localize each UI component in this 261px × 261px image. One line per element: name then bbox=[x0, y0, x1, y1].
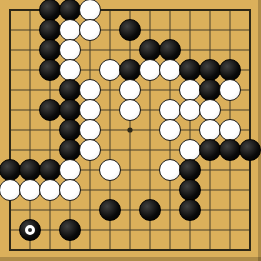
intersection[interactable] bbox=[0, 0, 20, 20]
intersection[interactable] bbox=[160, 240, 180, 260]
intersection[interactable] bbox=[40, 200, 60, 220]
intersection[interactable] bbox=[220, 160, 240, 180]
white-stone bbox=[0, 179, 21, 201]
intersection[interactable] bbox=[100, 80, 120, 100]
intersection[interactable] bbox=[80, 80, 100, 100]
black-stone bbox=[199, 139, 221, 161]
intersection[interactable] bbox=[180, 0, 200, 20]
white-stone bbox=[159, 99, 181, 121]
intersection[interactable] bbox=[180, 200, 200, 220]
intersection[interactable] bbox=[120, 80, 140, 100]
intersection[interactable] bbox=[0, 100, 20, 120]
intersection[interactable] bbox=[240, 0, 260, 20]
intersection[interactable] bbox=[0, 180, 20, 200]
intersection[interactable] bbox=[60, 200, 80, 220]
intersection[interactable] bbox=[200, 0, 220, 20]
white-stone bbox=[159, 159, 181, 181]
intersection[interactable] bbox=[60, 20, 80, 40]
intersection[interactable] bbox=[140, 200, 160, 220]
intersection[interactable] bbox=[40, 180, 60, 200]
intersection[interactable] bbox=[120, 120, 140, 140]
intersection[interactable] bbox=[140, 0, 160, 20]
white-stone bbox=[179, 139, 201, 161]
black-stone bbox=[179, 159, 201, 181]
intersection[interactable] bbox=[140, 40, 160, 60]
white-stone bbox=[99, 59, 121, 81]
intersection[interactable] bbox=[0, 160, 20, 180]
intersection[interactable] bbox=[40, 20, 60, 40]
intersection[interactable] bbox=[100, 20, 120, 40]
last-move-marker bbox=[25, 225, 35, 235]
black-stone bbox=[39, 59, 61, 81]
intersection[interactable] bbox=[200, 200, 220, 220]
white-stone bbox=[199, 99, 221, 121]
intersection[interactable] bbox=[60, 100, 80, 120]
intersection[interactable] bbox=[240, 220, 260, 240]
intersection[interactable] bbox=[180, 100, 200, 120]
intersection[interactable] bbox=[0, 240, 20, 260]
intersection[interactable] bbox=[40, 140, 60, 160]
intersection[interactable] bbox=[140, 180, 160, 200]
intersection[interactable] bbox=[140, 140, 160, 160]
intersection[interactable] bbox=[120, 20, 140, 40]
black-stone bbox=[159, 39, 181, 61]
intersection[interactable] bbox=[160, 20, 180, 40]
intersection[interactable] bbox=[200, 180, 220, 200]
intersection[interactable] bbox=[180, 220, 200, 240]
intersection[interactable] bbox=[80, 160, 100, 180]
black-stone bbox=[59, 139, 81, 161]
intersection[interactable] bbox=[80, 60, 100, 80]
intersection[interactable] bbox=[140, 100, 160, 120]
white-stone bbox=[179, 99, 201, 121]
intersection[interactable] bbox=[220, 120, 240, 140]
intersection[interactable] bbox=[100, 160, 120, 180]
white-stone bbox=[139, 59, 161, 81]
intersection[interactable] bbox=[160, 200, 180, 220]
intersection[interactable] bbox=[20, 40, 40, 60]
intersection[interactable] bbox=[120, 40, 140, 60]
white-stone bbox=[119, 99, 141, 121]
intersection[interactable] bbox=[80, 0, 100, 20]
intersection[interactable] bbox=[220, 200, 240, 220]
intersection[interactable] bbox=[220, 100, 240, 120]
intersection[interactable] bbox=[40, 80, 60, 100]
intersection[interactable] bbox=[180, 20, 200, 40]
intersection[interactable] bbox=[180, 160, 200, 180]
black-stone bbox=[139, 199, 161, 221]
intersection[interactable] bbox=[20, 220, 40, 240]
intersection[interactable] bbox=[240, 40, 260, 60]
intersection[interactable] bbox=[80, 200, 100, 220]
intersection[interactable] bbox=[20, 180, 40, 200]
white-stone bbox=[59, 19, 81, 41]
intersection[interactable] bbox=[200, 40, 220, 60]
black-stone bbox=[59, 0, 81, 21]
intersection[interactable] bbox=[0, 140, 20, 160]
white-stone bbox=[219, 79, 241, 101]
intersection[interactable] bbox=[240, 100, 260, 120]
white-stone bbox=[19, 179, 41, 201]
intersection[interactable] bbox=[160, 120, 180, 140]
intersection[interactable] bbox=[40, 240, 60, 260]
intersection[interactable] bbox=[220, 140, 240, 160]
intersection[interactable] bbox=[240, 120, 260, 140]
black-stone bbox=[179, 59, 201, 81]
white-stone bbox=[79, 0, 101, 21]
intersection[interactable] bbox=[120, 220, 140, 240]
intersection[interactable] bbox=[140, 80, 160, 100]
intersection[interactable] bbox=[0, 40, 20, 60]
black-stone bbox=[39, 99, 61, 121]
black-stone bbox=[0, 159, 21, 181]
intersection[interactable] bbox=[100, 120, 120, 140]
intersection[interactable] bbox=[140, 160, 160, 180]
white-stone bbox=[79, 119, 101, 141]
black-stone bbox=[199, 59, 221, 81]
intersection[interactable] bbox=[180, 80, 200, 100]
intersection[interactable] bbox=[20, 140, 40, 160]
intersection[interactable] bbox=[40, 160, 60, 180]
intersection[interactable] bbox=[140, 20, 160, 40]
intersection[interactable] bbox=[180, 40, 200, 60]
intersection[interactable] bbox=[160, 60, 180, 80]
intersection[interactable] bbox=[20, 0, 40, 20]
intersection[interactable] bbox=[120, 240, 140, 260]
intersection[interactable] bbox=[80, 40, 100, 60]
intersection[interactable] bbox=[140, 220, 160, 240]
intersection[interactable] bbox=[0, 80, 20, 100]
intersection[interactable] bbox=[20, 240, 40, 260]
intersection[interactable] bbox=[220, 180, 240, 200]
intersection[interactable] bbox=[220, 60, 240, 80]
black-stone bbox=[59, 99, 81, 121]
intersection[interactable] bbox=[120, 60, 140, 80]
black-stone bbox=[99, 199, 121, 221]
intersection[interactable] bbox=[20, 60, 40, 80]
white-stone bbox=[79, 99, 101, 121]
intersection[interactable] bbox=[240, 240, 260, 260]
intersection[interactable] bbox=[100, 140, 120, 160]
intersection[interactable] bbox=[240, 180, 260, 200]
white-stone bbox=[59, 59, 81, 81]
intersection[interactable] bbox=[200, 140, 220, 160]
intersection[interactable] bbox=[20, 200, 40, 220]
intersection[interactable] bbox=[60, 80, 80, 100]
intersection[interactable] bbox=[40, 60, 60, 80]
intersection[interactable] bbox=[160, 180, 180, 200]
intersection[interactable] bbox=[60, 140, 80, 160]
white-stone bbox=[39, 179, 61, 201]
intersection[interactable] bbox=[240, 160, 260, 180]
intersection[interactable] bbox=[60, 240, 80, 260]
intersection[interactable] bbox=[160, 100, 180, 120]
intersection[interactable] bbox=[20, 80, 40, 100]
intersection[interactable] bbox=[160, 80, 180, 100]
intersection[interactable] bbox=[180, 60, 200, 80]
intersection[interactable] bbox=[180, 180, 200, 200]
intersection[interactable] bbox=[140, 120, 160, 140]
intersection[interactable] bbox=[100, 0, 120, 20]
black-stone bbox=[119, 59, 141, 81]
intersection[interactable] bbox=[0, 220, 20, 240]
intersection[interactable] bbox=[220, 20, 240, 40]
white-stone bbox=[179, 79, 201, 101]
intersection[interactable] bbox=[200, 20, 220, 40]
intersection[interactable] bbox=[160, 140, 180, 160]
go-board bbox=[0, 0, 261, 261]
white-stone bbox=[79, 79, 101, 101]
intersection[interactable] bbox=[20, 120, 40, 140]
white-stone bbox=[59, 179, 81, 201]
intersection[interactable] bbox=[80, 100, 100, 120]
intersection[interactable] bbox=[200, 80, 220, 100]
intersection[interactable] bbox=[60, 0, 80, 20]
intersection[interactable] bbox=[160, 160, 180, 180]
intersection[interactable] bbox=[240, 20, 260, 40]
intersection[interactable] bbox=[240, 140, 260, 160]
intersection[interactable] bbox=[40, 0, 60, 20]
intersection[interactable] bbox=[100, 220, 120, 240]
intersection[interactable] bbox=[220, 80, 240, 100]
black-stone bbox=[219, 139, 241, 161]
intersection[interactable] bbox=[120, 140, 140, 160]
intersection[interactable] bbox=[60, 60, 80, 80]
intersection[interactable] bbox=[200, 100, 220, 120]
intersection[interactable] bbox=[40, 220, 60, 240]
black-stone bbox=[119, 19, 141, 41]
intersection[interactable] bbox=[60, 180, 80, 200]
white-stone bbox=[59, 39, 81, 61]
black-stone bbox=[179, 199, 201, 221]
black-stone bbox=[219, 59, 241, 81]
black-stone bbox=[39, 19, 61, 41]
black-stone bbox=[39, 0, 61, 21]
white-stone bbox=[159, 59, 181, 81]
intersection[interactable] bbox=[180, 240, 200, 260]
intersection[interactable] bbox=[140, 60, 160, 80]
intersection[interactable] bbox=[100, 240, 120, 260]
intersection[interactable] bbox=[100, 200, 120, 220]
intersection[interactable] bbox=[120, 100, 140, 120]
intersection[interactable] bbox=[40, 40, 60, 60]
intersection[interactable] bbox=[220, 220, 240, 240]
intersection[interactable] bbox=[80, 220, 100, 240]
intersection[interactable] bbox=[160, 40, 180, 60]
intersection[interactable] bbox=[240, 80, 260, 100]
intersection[interactable] bbox=[120, 160, 140, 180]
board-grid bbox=[0, 0, 260, 260]
intersection[interactable] bbox=[200, 120, 220, 140]
intersection[interactable] bbox=[0, 120, 20, 140]
intersection[interactable] bbox=[60, 120, 80, 140]
black-stone bbox=[239, 139, 261, 161]
intersection[interactable] bbox=[0, 200, 20, 220]
intersection[interactable] bbox=[160, 0, 180, 20]
intersection[interactable] bbox=[80, 240, 100, 260]
white-stone bbox=[59, 159, 81, 181]
intersection[interactable] bbox=[200, 240, 220, 260]
intersection[interactable] bbox=[160, 220, 180, 240]
intersection[interactable] bbox=[180, 120, 200, 140]
white-stone bbox=[79, 19, 101, 41]
intersection[interactable] bbox=[100, 40, 120, 60]
intersection[interactable] bbox=[120, 0, 140, 20]
intersection[interactable] bbox=[220, 0, 240, 20]
intersection[interactable] bbox=[60, 220, 80, 240]
black-stone bbox=[179, 179, 201, 201]
intersection[interactable] bbox=[40, 120, 60, 140]
intersection[interactable] bbox=[20, 100, 40, 120]
intersection[interactable] bbox=[0, 60, 20, 80]
black-stone bbox=[19, 219, 41, 241]
intersection[interactable] bbox=[60, 160, 80, 180]
black-stone bbox=[39, 159, 61, 181]
white-stone bbox=[159, 119, 181, 141]
intersection[interactable] bbox=[240, 60, 260, 80]
intersection[interactable] bbox=[120, 180, 140, 200]
intersection[interactable] bbox=[200, 220, 220, 240]
intersection[interactable] bbox=[240, 200, 260, 220]
intersection[interactable] bbox=[40, 100, 60, 120]
intersection[interactable] bbox=[200, 60, 220, 80]
black-stone bbox=[139, 39, 161, 61]
black-stone bbox=[19, 159, 41, 181]
black-stone bbox=[39, 39, 61, 61]
white-stone bbox=[199, 119, 221, 141]
white-stone bbox=[79, 139, 101, 161]
intersection[interactable] bbox=[60, 40, 80, 60]
intersection[interactable] bbox=[220, 40, 240, 60]
black-stone bbox=[199, 79, 221, 101]
intersection[interactable] bbox=[140, 240, 160, 260]
intersection[interactable] bbox=[120, 200, 140, 220]
intersection[interactable] bbox=[100, 60, 120, 80]
intersection[interactable] bbox=[80, 140, 100, 160]
white-stone bbox=[219, 119, 241, 141]
intersection[interactable] bbox=[180, 140, 200, 160]
intersection[interactable] bbox=[80, 180, 100, 200]
intersection[interactable] bbox=[0, 20, 20, 40]
white-stone bbox=[99, 159, 121, 181]
intersection[interactable] bbox=[100, 180, 120, 200]
intersection[interactable] bbox=[80, 20, 100, 40]
intersection[interactable] bbox=[20, 160, 40, 180]
white-stone bbox=[119, 79, 141, 101]
intersection[interactable] bbox=[200, 160, 220, 180]
black-stone bbox=[59, 219, 81, 241]
intersection[interactable] bbox=[100, 100, 120, 120]
black-stone bbox=[59, 119, 81, 141]
black-stone bbox=[59, 79, 81, 101]
intersection[interactable] bbox=[220, 240, 240, 260]
intersection[interactable] bbox=[80, 120, 100, 140]
intersection[interactable] bbox=[20, 20, 40, 40]
